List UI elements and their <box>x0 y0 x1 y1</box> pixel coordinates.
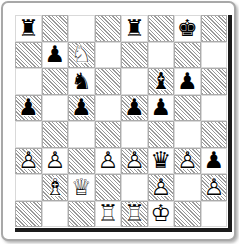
white-pawn-e3: ♟♙ <box>124 149 145 172</box>
square-e7[interactable] <box>121 42 148 69</box>
white-king-f1: ♚♔ <box>150 202 171 225</box>
white-pawn-b3: ♟♙ <box>44 149 65 172</box>
photo-frame: ♜♜♚♟♞♘♞♝♟♟♟♟♟♟♙♟♙♟♙♟♙♛♟♙♟♝♗♛♕♟♙♟♙♜♖♜♖♚♔ <box>1 1 236 241</box>
square-a2[interactable] <box>15 174 42 201</box>
square-f3[interactable]: ♛ <box>148 148 175 175</box>
square-c4[interactable] <box>68 121 95 148</box>
square-h7[interactable] <box>201 42 228 69</box>
black-queen-f3: ♛ <box>150 149 171 172</box>
black-pawn-b7: ♟ <box>44 43 65 66</box>
square-a4[interactable] <box>15 121 42 148</box>
square-d6[interactable] <box>95 68 122 95</box>
square-c6[interactable]: ♞ <box>68 68 95 95</box>
square-h8[interactable] <box>201 15 228 42</box>
square-c7[interactable]: ♞♘ <box>68 42 95 69</box>
square-d5[interactable] <box>95 95 122 122</box>
chess-board: ♜♜♚♟♞♘♞♝♟♟♟♟♟♟♙♟♙♟♙♟♙♛♟♙♟♝♗♛♕♟♙♟♙♜♖♜♖♚♔ <box>15 15 227 227</box>
black-pawn-a5: ♟ <box>18 96 39 119</box>
square-h6[interactable] <box>201 68 228 95</box>
square-b1[interactable] <box>42 201 69 228</box>
square-f4[interactable] <box>148 121 175 148</box>
chess-diagram: ♜♜♚♟♞♘♞♝♟♟♟♟♟♟♙♟♙♟♙♟♙♛♟♙♟♝♗♛♕♟♙♟♙♜♖♜♖♚♔ <box>15 15 232 232</box>
square-b3[interactable]: ♟♙ <box>42 148 69 175</box>
square-e6[interactable] <box>121 68 148 95</box>
square-a1[interactable] <box>15 201 42 228</box>
white-knight-c7: ♞♘ <box>71 43 92 66</box>
square-d4[interactable] <box>95 121 122 148</box>
white-pawn-a3: ♟♙ <box>18 149 39 172</box>
square-g2[interactable] <box>174 174 201 201</box>
square-b5[interactable] <box>42 95 69 122</box>
square-e5[interactable]: ♟ <box>121 95 148 122</box>
white-pawn-h2: ♟♙ <box>203 176 224 199</box>
white-rook-e1: ♜♖ <box>124 202 145 225</box>
square-h3[interactable]: ♟ <box>201 148 228 175</box>
square-c5[interactable]: ♟ <box>68 95 95 122</box>
screenshot-root: ♜♜♚♟♞♘♞♝♟♟♟♟♟♟♙♟♙♟♙♟♙♛♟♙♟♝♗♛♕♟♙♟♙♜♖♜♖♚♔ <box>0 0 239 244</box>
square-c2[interactable]: ♛♕ <box>68 174 95 201</box>
black-pawn-h3: ♟ <box>203 149 224 172</box>
square-c1[interactable] <box>68 201 95 228</box>
square-a3[interactable]: ♟♙ <box>15 148 42 175</box>
black-pawn-g6: ♟ <box>177 70 198 93</box>
square-f8[interactable] <box>148 15 175 42</box>
square-e2[interactable] <box>121 174 148 201</box>
square-e4[interactable] <box>121 121 148 148</box>
white-pawn-f2: ♟♙ <box>150 176 171 199</box>
square-f5[interactable]: ♟ <box>148 95 175 122</box>
square-b2[interactable]: ♝♗ <box>42 174 69 201</box>
white-rook-d1: ♜♖ <box>97 202 118 225</box>
square-d3[interactable]: ♟♙ <box>95 148 122 175</box>
square-g3[interactable]: ♟♙ <box>174 148 201 175</box>
square-c8[interactable] <box>68 15 95 42</box>
square-f7[interactable] <box>148 42 175 69</box>
square-b6[interactable] <box>42 68 69 95</box>
square-e1[interactable]: ♜♖ <box>121 201 148 228</box>
square-g8[interactable]: ♚ <box>174 15 201 42</box>
square-h4[interactable] <box>201 121 228 148</box>
square-e3[interactable]: ♟♙ <box>121 148 148 175</box>
square-d2[interactable] <box>95 174 122 201</box>
square-c3[interactable] <box>68 148 95 175</box>
square-h5[interactable] <box>201 95 228 122</box>
square-d7[interactable] <box>95 42 122 69</box>
black-pawn-e5: ♟ <box>124 96 145 119</box>
square-d1[interactable]: ♜♖ <box>95 201 122 228</box>
black-pawn-f5: ♟ <box>150 96 171 119</box>
square-g4[interactable] <box>174 121 201 148</box>
black-pawn-c5: ♟ <box>71 96 92 119</box>
square-f2[interactable]: ♟♙ <box>148 174 175 201</box>
square-a8[interactable]: ♜ <box>15 15 42 42</box>
square-f6[interactable]: ♝ <box>148 68 175 95</box>
square-b8[interactable] <box>42 15 69 42</box>
black-king-g8: ♚ <box>177 17 198 40</box>
black-bishop-f6: ♝ <box>150 70 171 93</box>
white-bishop-b2: ♝♗ <box>44 176 65 199</box>
square-g5[interactable] <box>174 95 201 122</box>
square-f1[interactable]: ♚♔ <box>148 201 175 228</box>
square-b7[interactable]: ♟ <box>42 42 69 69</box>
black-knight-c6: ♞ <box>71 70 92 93</box>
square-b4[interactable] <box>42 121 69 148</box>
square-a5[interactable]: ♟ <box>15 95 42 122</box>
square-a6[interactable] <box>15 68 42 95</box>
black-rook-e8: ♜ <box>124 17 145 40</box>
white-queen-c2: ♛♕ <box>71 176 92 199</box>
square-g1[interactable] <box>174 201 201 228</box>
white-pawn-d3: ♟♙ <box>97 149 118 172</box>
square-h1[interactable] <box>201 201 228 228</box>
square-d8[interactable] <box>95 15 122 42</box>
square-h2[interactable]: ♟♙ <box>201 174 228 201</box>
square-g6[interactable]: ♟ <box>174 68 201 95</box>
square-g7[interactable] <box>174 42 201 69</box>
white-pawn-g3: ♟♙ <box>177 149 198 172</box>
black-rook-a8: ♜ <box>18 17 39 40</box>
square-e8[interactable]: ♜ <box>121 15 148 42</box>
square-a7[interactable] <box>15 42 42 69</box>
